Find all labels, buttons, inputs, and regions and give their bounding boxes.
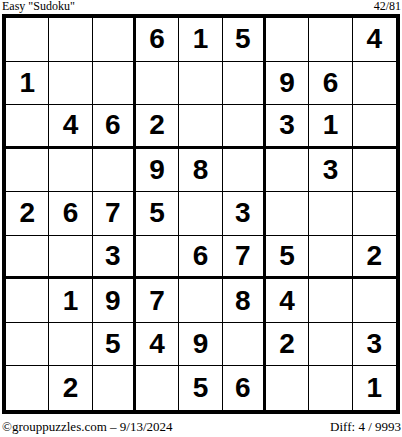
sudoku-cell-r7c4[interactable]: 7 — [136, 279, 179, 323]
sudoku-cell-r6c2[interactable] — [49, 236, 92, 280]
sudoku-cell-r9c8[interactable] — [309, 366, 352, 410]
sudoku-cell-r5c2[interactable]: 6 — [49, 192, 92, 236]
sudoku-cell-r2c5[interactable] — [179, 62, 222, 106]
sudoku-cell-r4c3[interactable] — [93, 149, 136, 193]
sudoku-cell-r4c6[interactable] — [223, 149, 266, 193]
sudoku-cell-r7c3[interactable]: 9 — [93, 279, 136, 323]
sudoku-cell-r5c1[interactable]: 2 — [6, 192, 49, 236]
sudoku-cell-r9c5[interactable]: 5 — [179, 366, 222, 410]
sudoku-cell-r1c2[interactable] — [49, 18, 92, 62]
sudoku-cell-r1c6[interactable]: 5 — [223, 18, 266, 62]
sudoku-cell-r5c8[interactable] — [309, 192, 352, 236]
sudoku-cell-r3c7[interactable]: 3 — [266, 105, 309, 149]
sudoku-cell-r2c1[interactable]: 1 — [6, 62, 49, 106]
sudoku-cell-r9c1[interactable] — [6, 366, 49, 410]
puzzle-counter: 42/81 — [374, 0, 401, 13]
sudoku-cell-r1c5[interactable]: 1 — [179, 18, 222, 62]
sudoku-cell-r3c3[interactable]: 6 — [93, 105, 136, 149]
sudoku-cell-r6c7[interactable]: 5 — [266, 236, 309, 280]
sudoku-cell-r2c6[interactable] — [223, 62, 266, 106]
sudoku-cell-r2c9[interactable] — [353, 62, 396, 106]
sudoku-cell-r3c4[interactable]: 2 — [136, 105, 179, 149]
sudoku-cell-r2c3[interactable] — [93, 62, 136, 106]
page-title: Easy "Sudoku" — [2, 0, 75, 13]
sudoku-cell-r1c4[interactable]: 6 — [136, 18, 179, 62]
sudoku-cell-r7c9[interactable] — [353, 279, 396, 323]
sudoku-cell-r1c9[interactable]: 4 — [353, 18, 396, 62]
sudoku-cell-r8c1[interactable] — [6, 323, 49, 367]
sudoku-cell-r4c7[interactable] — [266, 149, 309, 193]
sudoku-cell-r4c1[interactable] — [6, 149, 49, 193]
sudoku-cell-r7c8[interactable] — [309, 279, 352, 323]
footer-copyright: ©grouppuzzles.com – 9/13/2024 — [2, 420, 173, 434]
sudoku-cell-r8c5[interactable]: 9 — [179, 323, 222, 367]
sudoku-cell-r4c4[interactable]: 9 — [136, 149, 179, 193]
sudoku-cell-r5c4[interactable]: 5 — [136, 192, 179, 236]
sudoku-cell-r8c6[interactable] — [223, 323, 266, 367]
sudoku-cell-r4c5[interactable]: 8 — [179, 149, 222, 193]
sudoku-cell-r7c1[interactable] — [6, 279, 49, 323]
sudoku-cell-r9c2[interactable]: 2 — [49, 366, 92, 410]
sudoku-cell-r9c6[interactable]: 6 — [223, 366, 266, 410]
sudoku-cell-r4c2[interactable] — [49, 149, 92, 193]
sudoku-cell-r8c4[interactable]: 4 — [136, 323, 179, 367]
sudoku-cell-r5c5[interactable] — [179, 192, 222, 236]
sudoku-cell-r5c6[interactable]: 3 — [223, 192, 266, 236]
sudoku-cell-r8c3[interactable]: 5 — [93, 323, 136, 367]
sudoku-cell-r1c7[interactable] — [266, 18, 309, 62]
sudoku-cell-r4c9[interactable] — [353, 149, 396, 193]
sudoku-cell-r8c8[interactable] — [309, 323, 352, 367]
sudoku-cell-r6c9[interactable]: 2 — [353, 236, 396, 280]
sudoku-cell-r6c6[interactable]: 7 — [223, 236, 266, 280]
sudoku-cell-r9c7[interactable] — [266, 366, 309, 410]
sudoku-cell-r8c2[interactable] — [49, 323, 92, 367]
sudoku-cell-r1c3[interactable] — [93, 18, 136, 62]
sudoku-cell-r2c4[interactable] — [136, 62, 179, 106]
sudoku-cell-r4c8[interactable]: 3 — [309, 149, 352, 193]
sudoku-cell-r6c5[interactable]: 6 — [179, 236, 222, 280]
sudoku-cell-r2c8[interactable]: 6 — [309, 62, 352, 106]
sudoku-cell-r7c5[interactable] — [179, 279, 222, 323]
sudoku-cell-r5c3[interactable]: 7 — [93, 192, 136, 236]
sudoku-cell-r3c5[interactable] — [179, 105, 222, 149]
sudoku-cell-r1c1[interactable] — [6, 18, 49, 62]
sudoku-cell-r9c9[interactable]: 1 — [353, 366, 396, 410]
sudoku-cell-r5c9[interactable] — [353, 192, 396, 236]
sudoku-cell-r8c9[interactable]: 3 — [353, 323, 396, 367]
sudoku-cell-r2c2[interactable] — [49, 62, 92, 106]
sudoku-cell-r3c1[interactable] — [6, 105, 49, 149]
difficulty-label: Diff: 4 / 9993 — [330, 420, 401, 434]
header: Easy "Sudoku" 42/81 — [2, 0, 401, 13]
sudoku-cell-r3c9[interactable] — [353, 105, 396, 149]
sudoku-cell-r3c2[interactable]: 4 — [49, 105, 92, 149]
sudoku-cell-r7c6[interactable]: 8 — [223, 279, 266, 323]
sudoku-cell-r6c3[interactable]: 3 — [93, 236, 136, 280]
sudoku-cell-r6c1[interactable] — [6, 236, 49, 280]
sudoku-cell-r1c8[interactable] — [309, 18, 352, 62]
sudoku-board: 615419646231983267533675219784549232561 — [2, 14, 400, 414]
sudoku-cell-r7c7[interactable]: 4 — [266, 279, 309, 323]
footer: ©grouppuzzles.com – 9/13/2024 Diff: 4 / … — [2, 420, 401, 434]
sudoku-cell-r6c8[interactable] — [309, 236, 352, 280]
sudoku-page: Easy "Sudoku" 42/81 61541964623198326753… — [0, 0, 402, 437]
sudoku-cell-r6c4[interactable] — [136, 236, 179, 280]
sudoku-cell-r9c3[interactable] — [93, 366, 136, 410]
sudoku-cell-r3c6[interactable] — [223, 105, 266, 149]
sudoku-cell-r2c7[interactable]: 9 — [266, 62, 309, 106]
sudoku-cell-r8c7[interactable]: 2 — [266, 323, 309, 367]
sudoku-cell-r5c7[interactable] — [266, 192, 309, 236]
sudoku-cell-r9c4[interactable] — [136, 366, 179, 410]
sudoku-cell-r7c2[interactable]: 1 — [49, 279, 92, 323]
sudoku-cell-r3c8[interactable]: 1 — [309, 105, 352, 149]
